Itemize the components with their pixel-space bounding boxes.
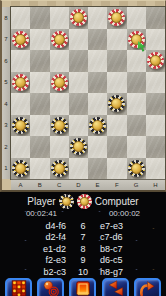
square-e4[interactable]	[88, 93, 107, 115]
square-g7[interactable]	[127, 29, 146, 51]
toolbar	[0, 278, 166, 296]
square-b2[interactable]	[30, 136, 49, 158]
file-labels: ABCDEFGH	[11, 179, 165, 190]
move-row-9: f2-e39d6-c5	[0, 255, 166, 267]
gold-center	[73, 12, 84, 23]
move-computer: c7-d6	[98, 232, 166, 242]
computer-chip-icon	[77, 194, 92, 209]
red-man-c5[interactable]	[51, 74, 68, 91]
hint-target-button[interactable]	[37, 278, 64, 296]
move-number: 8	[68, 244, 98, 254]
square-e7[interactable]	[88, 29, 107, 51]
move-player: d4-f6	[0, 221, 68, 231]
undo-button[interactable]	[102, 278, 129, 296]
square-b3[interactable]	[30, 115, 49, 137]
red-man-f8[interactable]	[108, 9, 125, 26]
square-g6[interactable]	[127, 50, 146, 72]
black-man-c3[interactable]	[51, 117, 68, 134]
square-b6[interactable]	[30, 50, 49, 72]
square-d1[interactable]	[69, 158, 88, 180]
gold-center	[111, 98, 122, 109]
file-label-G: G	[127, 180, 146, 190]
undo-arrows-icon	[106, 280, 124, 296]
square-b7[interactable]	[30, 29, 49, 51]
move-player: b2-c3	[0, 267, 68, 277]
black-man-a3[interactable]	[12, 117, 29, 134]
gold-center	[15, 34, 26, 45]
player-label: Player	[27, 196, 55, 207]
info-panel: Player Computer 00:02:41 00:00:02 d4-f66…	[0, 192, 166, 296]
window-icon	[74, 280, 92, 296]
gold-center	[54, 120, 65, 131]
square-a2[interactable]	[11, 136, 30, 158]
move-computer: d6-c5	[98, 255, 166, 265]
square-c8[interactable]	[50, 7, 69, 29]
rank-label-2: 2	[2, 136, 10, 158]
red-man-c7[interactable]	[51, 31, 68, 48]
square-e6[interactable]	[88, 50, 107, 72]
computer-label: Computer	[95, 196, 139, 207]
player-clock: 00:02:41	[0, 209, 83, 218]
square-h7[interactable]	[146, 29, 165, 51]
players-header: Player Computer	[0, 192, 166, 209]
file-label-B: B	[30, 180, 49, 190]
rank-label-1: 1	[2, 158, 10, 180]
game-window-button[interactable]	[69, 278, 96, 296]
move-list[interactable]: d4-f66e7-e3d2-f47c7-d6e1-d28b8-c7f2-e39d…	[0, 218, 166, 278]
square-h4[interactable]	[146, 93, 165, 115]
square-d6[interactable]	[69, 50, 88, 72]
square-g8[interactable]	[127, 7, 146, 29]
square-a1[interactable]	[11, 158, 30, 180]
move-row-10: b2-c310h8-g7	[0, 266, 166, 278]
square-d8[interactable]	[69, 7, 88, 29]
black-man-e3[interactable]	[89, 117, 106, 134]
move-number: 6	[68, 221, 98, 231]
square-g3[interactable]	[127, 115, 146, 137]
square-e3[interactable]	[88, 115, 107, 137]
square-f2[interactable]	[107, 136, 126, 158]
square-a4[interactable]	[11, 93, 30, 115]
black-man-f4[interactable]	[108, 95, 125, 112]
gold-center	[111, 12, 122, 23]
square-h5[interactable]	[146, 72, 165, 94]
square-g1[interactable]	[127, 158, 146, 180]
move-player: d2-f4	[0, 232, 68, 242]
square-a5[interactable]	[11, 72, 30, 94]
square-d7[interactable]	[69, 29, 88, 51]
gold-center	[15, 163, 26, 174]
move-computer: e7-e3	[98, 221, 166, 231]
square-b5[interactable]	[30, 72, 49, 94]
move-number: 9	[68, 255, 98, 265]
square-f7[interactable]	[107, 29, 126, 51]
move-player: e1-d2	[0, 244, 68, 254]
gold-center	[54, 34, 65, 45]
move-row-6: d4-f66e7-e3	[0, 220, 166, 232]
computer-clock: 00:00:02	[83, 209, 166, 218]
file-label-A: A	[11, 180, 30, 190]
square-b1[interactable]	[30, 158, 49, 180]
file-label-C: C	[50, 180, 69, 190]
square-c2[interactable]	[50, 136, 69, 158]
square-h6[interactable]	[146, 50, 165, 72]
move-computer: h8-g7	[98, 267, 166, 277]
square-c3[interactable]	[50, 115, 69, 137]
square-h8[interactable]	[146, 7, 165, 29]
rank-label-6: 6	[2, 50, 10, 72]
ball-target-icon	[42, 280, 60, 296]
square-c5[interactable]	[50, 72, 69, 94]
square-h3[interactable]	[146, 115, 165, 137]
move-computer: b8-c7	[98, 244, 166, 254]
square-h1[interactable]	[146, 158, 165, 180]
red-man-a7[interactable]	[12, 31, 29, 48]
redo-button[interactable]	[134, 278, 161, 296]
square-e5[interactable]	[88, 72, 107, 94]
square-c6[interactable]	[50, 50, 69, 72]
file-label-D: D	[69, 180, 88, 190]
square-c4[interactable]	[50, 93, 69, 115]
move-number: 7	[68, 232, 98, 242]
move-row-8: e1-d28b8-c7	[0, 243, 166, 255]
square-e1[interactable]	[88, 158, 107, 180]
gold-center	[15, 120, 26, 131]
black-man-a1[interactable]	[12, 160, 29, 177]
square-c7[interactable]	[50, 29, 69, 51]
move-number: 10	[68, 267, 98, 277]
gold-center	[54, 77, 65, 88]
square-f3[interactable]	[107, 115, 126, 137]
player-chip-icon	[59, 194, 74, 209]
square-b8[interactable]	[30, 7, 49, 29]
square-c1[interactable]	[50, 158, 69, 180]
gold-center	[73, 141, 84, 152]
rank-label-7: 7	[2, 29, 10, 51]
red-man-g7[interactable]	[128, 31, 145, 48]
square-a6[interactable]	[11, 50, 30, 72]
square-b4[interactable]	[30, 93, 49, 115]
square-a3[interactable]	[11, 115, 30, 137]
file-label-H: H	[146, 180, 165, 190]
redo-arrow-icon	[138, 280, 156, 296]
black-man-c1[interactable]	[51, 160, 68, 177]
square-f8[interactable]	[107, 7, 126, 29]
square-a8[interactable]	[11, 7, 30, 29]
square-e2[interactable]	[88, 136, 107, 158]
clocks: 00:02:41 00:00:02	[0, 209, 166, 218]
gold-center	[131, 163, 142, 174]
gold-center	[92, 120, 103, 131]
file-label-F: F	[107, 180, 126, 190]
rank-labels: 87654321	[2, 7, 11, 179]
square-g4[interactable]	[127, 93, 146, 115]
gold-center	[150, 55, 161, 66]
red-man-a5[interactable]	[12, 74, 29, 91]
square-e8[interactable]	[88, 7, 107, 29]
gold-center	[54, 163, 65, 174]
black-man-g1[interactable]	[128, 160, 145, 177]
square-d4[interactable]	[69, 93, 88, 115]
square-g2[interactable]	[127, 136, 146, 158]
board: 87654321 ABCDEFGH	[0, 0, 166, 192]
rank-label-3: 3	[2, 115, 10, 137]
file-label-E: E	[88, 180, 107, 190]
square-d5[interactable]	[69, 72, 88, 94]
red-man-h6[interactable]	[147, 52, 164, 69]
square-f5[interactable]	[107, 72, 126, 94]
rank-label-4: 4	[2, 93, 10, 115]
square-f4[interactable]	[107, 93, 126, 115]
gold-center	[15, 77, 26, 88]
rank-label-5: 5	[2, 72, 10, 94]
board-setup-button[interactable]	[5, 278, 32, 296]
board-squares[interactable]	[11, 7, 165, 179]
square-d2[interactable]	[69, 136, 88, 158]
square-f1[interactable]	[107, 158, 126, 180]
checkers-app: 87654321 ABCDEFGH Player Computer 00:02:…	[0, 0, 166, 296]
black-man-d2[interactable]	[70, 138, 87, 155]
move-row-7: d2-f47c7-d6	[0, 232, 166, 244]
move-player: f2-e3	[0, 255, 68, 265]
rank-label-8: 8	[2, 7, 10, 29]
square-a7[interactable]	[11, 29, 30, 51]
square-g5[interactable]	[127, 72, 146, 94]
square-f6[interactable]	[107, 50, 126, 72]
red-man-d8[interactable]	[70, 9, 87, 26]
square-h2[interactable]	[146, 136, 165, 158]
board-grid-icon	[10, 280, 28, 296]
square-d3[interactable]	[69, 115, 88, 137]
